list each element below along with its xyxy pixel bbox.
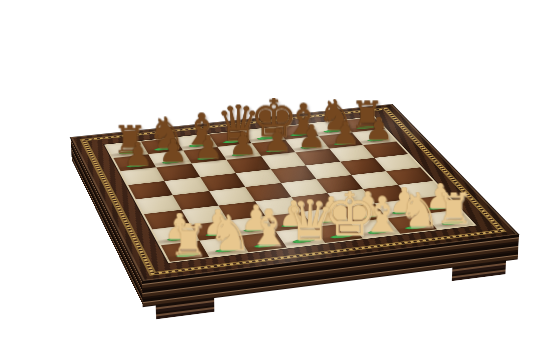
white-rook: ♜ xyxy=(168,223,208,258)
board-foot xyxy=(452,261,506,281)
black-pawn: ♟ xyxy=(155,138,191,164)
black-pawn: ♟ xyxy=(120,142,156,168)
board-foot xyxy=(156,298,215,319)
white-knight: ♞ xyxy=(208,214,248,253)
black-pawn: ♟ xyxy=(190,135,226,161)
black-pawn: ♟ xyxy=(225,131,261,157)
black-pawn: ♟ xyxy=(327,120,362,145)
white-rook: ♜ xyxy=(435,192,474,226)
black-pawn: ♟ xyxy=(361,117,396,142)
black-pawn: ♟ xyxy=(259,127,295,152)
scene: ♜♞♝♛♚♝♞♜♟♟♟♟♟♟♟♟♟♟♟♟♟♟♟♟♜♞♝♛♚♝♞♜ xyxy=(0,0,533,351)
chess-board: ♜♞♝♛♚♝♞♜♟♟♟♟♟♟♟♟♟♟♟♟♟♟♟♟♜♞♝♛♚♝♞♜ xyxy=(70,104,520,282)
black-pawn: ♟ xyxy=(294,124,329,149)
board-foot xyxy=(129,277,142,316)
product-photo: ♜♞♝♛♚♝♞♜♟♟♟♟♟♟♟♟♟♟♟♟♟♟♟♟♜♞♝♛♚♝♞♜ xyxy=(0,0,533,351)
white-bishop: ♝ xyxy=(247,208,287,248)
white-queen: ♛ xyxy=(285,199,325,244)
